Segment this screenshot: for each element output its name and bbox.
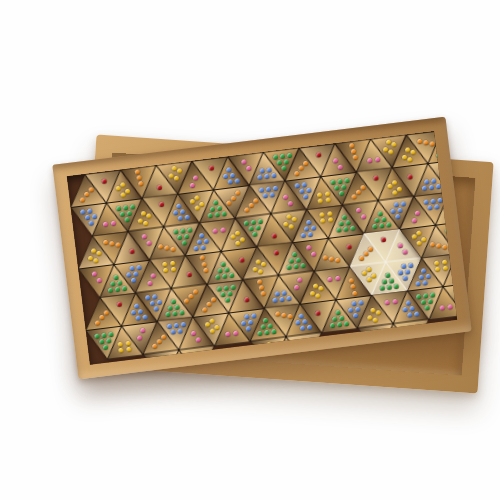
pip-dot-value-3 <box>360 185 366 191</box>
pip-dot-value-6 <box>167 305 173 311</box>
pip-dot-value-5 <box>259 168 265 174</box>
pip-dot-value-3 <box>416 139 422 145</box>
pip-dot-value-6 <box>94 333 100 339</box>
pip-dot-value-4 <box>327 217 333 223</box>
pip-dot-value-4 <box>319 218 325 224</box>
pip-dot-value-2 <box>327 277 333 283</box>
pip-dot-value-5 <box>196 239 202 245</box>
pip-dot-value-4 <box>252 267 258 273</box>
hex-group <box>403 251 457 322</box>
pip-dot-value-4 <box>143 221 149 227</box>
pip-dot-value-6 <box>99 339 105 345</box>
pip-dot-value-6 <box>427 298 433 304</box>
pip-dot-value-3 <box>423 140 429 146</box>
pip-dot-value-5 <box>299 189 305 195</box>
pip-dot-value-3 <box>275 131 281 136</box>
pip-dot-value-6 <box>379 285 385 291</box>
pip-dot-value-6 <box>101 332 107 338</box>
pip-dot-value-3 <box>102 240 108 246</box>
pip-dot-value-6 <box>223 285 229 291</box>
pip-dot-value-6 <box>178 310 184 316</box>
pip-dot-value-6 <box>384 272 390 278</box>
pip-dot-value-4 <box>416 230 422 236</box>
pip-dot-value-2 <box>366 158 372 164</box>
pip-dot-value-5 <box>149 300 155 306</box>
pip-dot-value-5 <box>152 294 158 300</box>
pip-dot-value-2 <box>361 214 367 220</box>
pip-dot-value-6 <box>165 311 171 317</box>
pip-dot-value-4 <box>257 269 263 275</box>
pip-dot-value-4 <box>442 265 448 271</box>
pip-dot-value-5 <box>270 172 276 178</box>
pip-dot-value-6 <box>386 284 392 290</box>
pip-dot-value-5 <box>263 173 269 179</box>
pip-dot-value-2 <box>334 276 340 282</box>
pip-dot-value-4 <box>137 218 143 224</box>
pip-dot-value-4 <box>441 259 447 265</box>
pip-dot-value-4 <box>366 277 372 283</box>
pip-dot-value-2 <box>246 165 252 171</box>
pip-dot-value-3 <box>368 246 374 252</box>
pip-dot-value-5 <box>145 295 151 301</box>
pip-dot-value-3 <box>157 244 163 250</box>
pip-dot-value-3 <box>109 241 115 247</box>
pip-dot-value-5 <box>257 174 263 180</box>
pip-dot-value-3 <box>115 242 121 248</box>
pip-dot-value-6 <box>381 216 387 222</box>
pip-dot-value-4 <box>214 324 220 330</box>
pip-dot-value-1 <box>116 301 122 307</box>
pip-dot-value-4 <box>260 262 266 268</box>
pip-dot-value-2 <box>241 159 247 165</box>
pip-dot-value-6 <box>230 284 236 290</box>
pip-dot-value-6 <box>170 299 176 305</box>
pip-dot-value-3 <box>170 246 176 252</box>
pip-dot-value-5 <box>84 215 90 221</box>
pip-dot-value-2 <box>220 227 226 233</box>
pip-dot-value-4 <box>375 310 381 316</box>
pip-dot-value-4 <box>327 211 333 217</box>
pip-dot-value-3 <box>163 245 169 251</box>
pip-dot-value-6 <box>377 211 383 217</box>
pip-dot-value-4 <box>372 317 378 323</box>
pip-dot-value-5 <box>423 199 429 205</box>
pip-dot-value-5 <box>418 274 424 280</box>
pip-dot-value-2 <box>146 240 152 246</box>
pip-dot-value-4 <box>370 308 376 314</box>
pip-dot-value-6 <box>393 283 399 289</box>
pip-dot-value-6 <box>174 304 180 310</box>
pip-dot-value-1 <box>156 185 162 191</box>
pip-dot-value-6 <box>330 179 336 185</box>
pip-dot-value-4 <box>209 318 215 324</box>
pip-dot-value-4 <box>319 212 325 218</box>
pip-dot-value-6 <box>416 293 422 299</box>
pip-dot-value-5 <box>272 297 278 303</box>
pip-dot-value-5 <box>303 226 309 232</box>
pip-dot-value-1 <box>208 165 214 171</box>
pip-dot-value-6 <box>378 223 384 229</box>
pip-dot-value-6 <box>260 324 266 330</box>
pip-dot-value-5 <box>425 274 431 280</box>
pip-dot-value-4 <box>434 266 440 272</box>
pip-dot-value-2 <box>356 207 362 213</box>
pip-dot-value-6 <box>374 217 380 223</box>
pip-dot-value-6 <box>385 222 391 228</box>
pip-dot-value-5 <box>279 296 285 302</box>
pip-dot-value-6 <box>389 278 395 284</box>
pip-dot-value-6 <box>430 292 436 298</box>
pip-dot-value-4 <box>433 260 439 266</box>
pip-dot-value-4 <box>194 195 200 201</box>
pip-dot-value-1 <box>101 178 107 184</box>
pip-dot-value-5 <box>156 299 162 305</box>
pip-dot-value-3 <box>429 141 435 147</box>
pip-dot-value-3 <box>161 334 167 340</box>
pip-dot-value-6 <box>108 331 114 337</box>
pip-dot-value-4 <box>140 211 146 217</box>
pip-dot-value-5 <box>310 225 316 231</box>
pip-dot-value-2 <box>142 234 148 240</box>
pip-dot-value-4 <box>146 213 152 219</box>
pip-dot-value-2 <box>212 228 218 234</box>
pip-dot-value-5 <box>430 198 436 204</box>
pip-dot-value-3 <box>201 261 207 267</box>
pip-dot-value-5 <box>274 291 280 297</box>
pip-dot-value-3 <box>253 198 259 204</box>
pip-dot-value-5 <box>281 290 287 296</box>
pip-dot-value-1 <box>315 152 321 158</box>
pip-dot-value-6 <box>423 293 429 299</box>
pip-dot-value-4 <box>367 315 373 321</box>
pip-dot-value-5 <box>286 296 292 302</box>
pip-dot-value-4 <box>255 259 261 265</box>
pip-dot-value-5 <box>266 167 272 173</box>
pip-dot-value-1 <box>258 131 264 133</box>
pip-dot-value-1 <box>271 233 277 239</box>
pip-dot-value-6 <box>224 297 230 303</box>
pip-dot-value-6 <box>371 224 377 230</box>
pip-dot-value-6 <box>420 299 426 305</box>
pip-dot-value-6 <box>172 311 178 317</box>
pip-dot-value-2 <box>374 157 380 163</box>
pip-dot-value-4 <box>199 201 205 207</box>
photo-scene <box>0 0 500 500</box>
pip-dot-value-4 <box>421 237 427 243</box>
pip-dot-value-5 <box>437 198 443 204</box>
pip-dot-value-6 <box>216 286 222 292</box>
pip-dot-value-6 <box>103 344 109 350</box>
pip-dot-value-6 <box>267 323 273 329</box>
pip-dot-value-6 <box>116 205 122 211</box>
pip-dot-value-5 <box>153 306 159 312</box>
pip-dot-value-5 <box>203 238 209 244</box>
pip-dot-value-6 <box>382 279 388 285</box>
pip-dot-value-6 <box>105 338 111 344</box>
